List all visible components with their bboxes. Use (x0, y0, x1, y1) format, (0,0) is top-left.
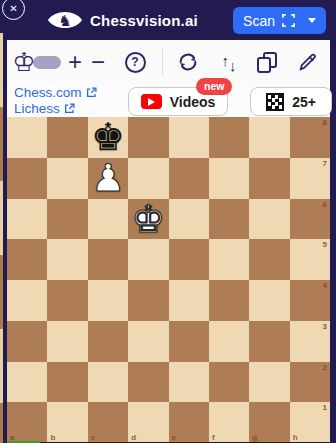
toolbar: ♔ + − ? ↑↓ (7, 40, 330, 85)
square-g7[interactable] (249, 158, 289, 199)
arrow-up-icon: ↑ (222, 52, 230, 69)
square-h1[interactable]: 1h (290, 402, 330, 443)
underlying-page-sliver (0, 33, 3, 443)
square-d8[interactable] (128, 117, 168, 158)
square-g5[interactable] (249, 239, 289, 280)
rank-label: 5 (323, 240, 327, 249)
square-g4[interactable] (249, 280, 289, 321)
videos-button-label: Videos (170, 94, 216, 110)
external-link-icon (86, 87, 97, 98)
square-f1[interactable]: f (209, 402, 249, 443)
square-c3[interactable] (88, 321, 128, 362)
file-label: h (293, 433, 298, 442)
square-d3[interactable] (128, 321, 168, 362)
edit-pencil-icon (297, 52, 318, 73)
square-b7[interactable] (47, 158, 87, 199)
square-h4[interactable]: 4 (290, 280, 330, 321)
square-c4[interactable] (88, 280, 128, 321)
scan-button[interactable]: Scan (233, 7, 326, 34)
square-c1[interactable]: c (88, 402, 128, 443)
file-label: f (212, 433, 215, 442)
square-a6[interactable] (7, 199, 47, 240)
square-c2[interactable] (88, 362, 128, 403)
external-link-icon (64, 103, 75, 114)
rank-label: 1 (323, 403, 327, 412)
refresh-button[interactable] (176, 40, 200, 84)
square-g6[interactable] (249, 199, 289, 240)
refresh-icon (177, 51, 199, 73)
chesscom-link-label: Chess.com (14, 85, 82, 100)
black-king: ♚ (88, 117, 128, 158)
square-e2[interactable] (169, 362, 209, 403)
square-e8[interactable] (169, 117, 209, 158)
svg-text:♞: ♞ (58, 12, 72, 30)
chessvision-logo-icon: ♞ (47, 7, 83, 33)
chesscom-link[interactable]: Chess.com (14, 85, 97, 100)
square-f2[interactable] (209, 362, 249, 403)
help-button[interactable]: ? (124, 40, 146, 84)
square-e6[interactable] (169, 199, 209, 240)
square-g8[interactable] (249, 117, 289, 158)
square-b8[interactable] (47, 117, 87, 158)
square-f7[interactable] (209, 158, 249, 199)
square-a3[interactable] (7, 321, 47, 362)
square-h5[interactable]: 5 (290, 239, 330, 280)
square-b5[interactable] (47, 239, 87, 280)
square-d4[interactable] (128, 280, 168, 321)
square-e1[interactable]: e (169, 402, 209, 443)
square-h8[interactable]: 8 (290, 117, 330, 158)
lichess-link-label: Lichess (14, 101, 60, 116)
white-king-toggle-icon: ♔ (12, 49, 35, 75)
arrow-down-icon: ↓ (229, 57, 237, 74)
toggle-track (33, 56, 61, 69)
piece-color-toggle[interactable]: ♔ (11, 40, 59, 84)
copy-icon (257, 52, 277, 73)
square-h6[interactable]: 6 (290, 199, 330, 240)
square-h7[interactable]: 7 (290, 158, 330, 199)
edit-button[interactable] (295, 40, 319, 84)
square-e3[interactable] (169, 321, 209, 362)
rank-label: 8 (323, 118, 327, 127)
square-a4[interactable] (7, 280, 47, 321)
copy-button[interactable] (256, 40, 278, 84)
file-label: b (50, 433, 55, 442)
lichess-link[interactable]: Lichess (14, 101, 75, 116)
rank-label: 2 (323, 363, 327, 372)
help-icon: ? (125, 52, 146, 73)
square-a8[interactable] (7, 117, 47, 158)
square-a2[interactable] (7, 362, 47, 403)
square-g2[interactable] (249, 362, 289, 403)
zoom-out-button[interactable]: − (88, 40, 108, 84)
white-king: ♚ (128, 199, 168, 240)
square-e4[interactable] (169, 280, 209, 321)
header-bar: ✕ ♞ Chessvision.ai Scan (0, 0, 336, 40)
scan-frame-icon (282, 14, 295, 27)
square-h3[interactable]: 3 (290, 321, 330, 362)
youtube-icon (141, 94, 162, 109)
square-f3[interactable] (209, 321, 249, 362)
square-c7[interactable]: ♟ (88, 158, 128, 199)
square-c5[interactable] (88, 239, 128, 280)
square-b4[interactable] (47, 280, 87, 321)
zoom-in-button[interactable]: + (65, 40, 85, 84)
square-b6[interactable] (47, 199, 87, 240)
square-f5[interactable] (209, 239, 249, 280)
file-label: d (131, 433, 136, 442)
square-e5[interactable] (169, 239, 209, 280)
chess-board[interactable]: ♚8♟7♚65432abcdefg1h (7, 117, 330, 443)
white-pawn: ♟ (88, 158, 128, 199)
square-d7[interactable] (128, 158, 168, 199)
square-e7[interactable] (169, 158, 209, 199)
square-d6[interactable]: ♚ (128, 199, 168, 240)
square-d1[interactable]: d (128, 402, 168, 443)
file-label: c (91, 433, 95, 442)
actions-row: Chess.com Lichess Videos new 25+ (7, 84, 330, 117)
scan-button-label: Scan (243, 13, 275, 29)
app-title: Chessvision.ai (90, 12, 198, 29)
square-a7[interactable] (7, 158, 47, 199)
square-g3[interactable] (249, 321, 289, 362)
square-c8[interactable]: ♚ (88, 117, 128, 158)
rank-label: 6 (323, 200, 327, 209)
square-b3[interactable] (47, 321, 87, 362)
square-h2[interactable]: 2 (290, 362, 330, 403)
square-b1[interactable]: b (47, 402, 87, 443)
square-b2[interactable] (47, 362, 87, 403)
toolbar-divider (162, 49, 163, 75)
scan-dropdown-caret[interactable] (308, 18, 316, 23)
file-label: g (252, 433, 257, 442)
rank-label: 4 (323, 281, 327, 290)
square-a5[interactable] (7, 239, 47, 280)
rank-label: 3 (323, 322, 327, 331)
rank-label: 7 (323, 159, 327, 168)
chessboard-icon (266, 93, 284, 111)
square-c6[interactable] (88, 199, 128, 240)
puzzles-button[interactable]: 25+ (250, 87, 332, 116)
square-d2[interactable] (128, 362, 168, 403)
square-g1[interactable]: g (249, 402, 289, 443)
square-a1[interactable]: a (7, 402, 47, 443)
new-badge: new (196, 78, 232, 95)
square-f4[interactable] (209, 280, 249, 321)
file-label: e (172, 433, 176, 442)
puzzles-button-label: 25+ (292, 94, 316, 110)
square-f8[interactable] (209, 117, 249, 158)
square-d5[interactable] (128, 239, 168, 280)
chessvision-popup: ✕ ♞ Chessvision.ai Scan ♔ + − ? (0, 0, 336, 443)
square-f6[interactable] (209, 199, 249, 240)
close-button[interactable]: ✕ (2, 0, 25, 20)
